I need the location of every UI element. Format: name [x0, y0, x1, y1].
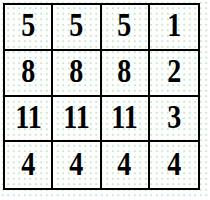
cell-value: 4 — [69, 148, 83, 183]
cell-r1c3: 5 — [102, 5, 150, 51]
cell-value: 1 — [167, 9, 181, 44]
cell-value: 11 — [111, 101, 138, 136]
cell-r4c4: 4 — [150, 142, 198, 188]
cell-value: 8 — [21, 55, 35, 90]
cell-value: 3 — [167, 101, 181, 136]
cell-r3c2: 11 — [53, 97, 101, 143]
cell-r1c4: 1 — [150, 5, 198, 51]
puzzle-grid: 5 5 5 1 8 8 8 2 11 11 11 3 4 4 4 4 — [3, 3, 200, 190]
cell-value: 2 — [167, 55, 181, 90]
cell-r2c4: 2 — [150, 51, 198, 97]
cell-r2c1: 8 — [5, 51, 53, 97]
cell-r4c3: 4 — [102, 142, 150, 188]
cell-value: 4 — [118, 148, 132, 183]
cell-value: 5 — [69, 9, 83, 44]
cell-value: 4 — [167, 148, 181, 183]
cell-value: 11 — [63, 101, 90, 136]
graph-paper-background: 5 5 5 1 8 8 8 2 11 11 11 3 4 4 4 4 — [0, 0, 210, 200]
cell-r3c4: 3 — [150, 97, 198, 143]
cell-value: 8 — [69, 55, 83, 90]
cell-r2c2: 8 — [53, 51, 101, 97]
cell-r1c1: 5 — [5, 5, 53, 51]
cell-r4c2: 4 — [53, 142, 101, 188]
cell-value: 8 — [118, 55, 132, 90]
cell-r3c1: 11 — [5, 97, 53, 143]
cell-value: 5 — [21, 9, 35, 44]
cell-r4c1: 4 — [5, 142, 53, 188]
cell-value: 5 — [118, 9, 132, 44]
cell-r3c3: 11 — [102, 97, 150, 143]
cell-value: 11 — [15, 101, 42, 136]
cell-value: 4 — [21, 148, 35, 183]
cell-r1c2: 5 — [53, 5, 101, 51]
cell-r2c3: 8 — [102, 51, 150, 97]
